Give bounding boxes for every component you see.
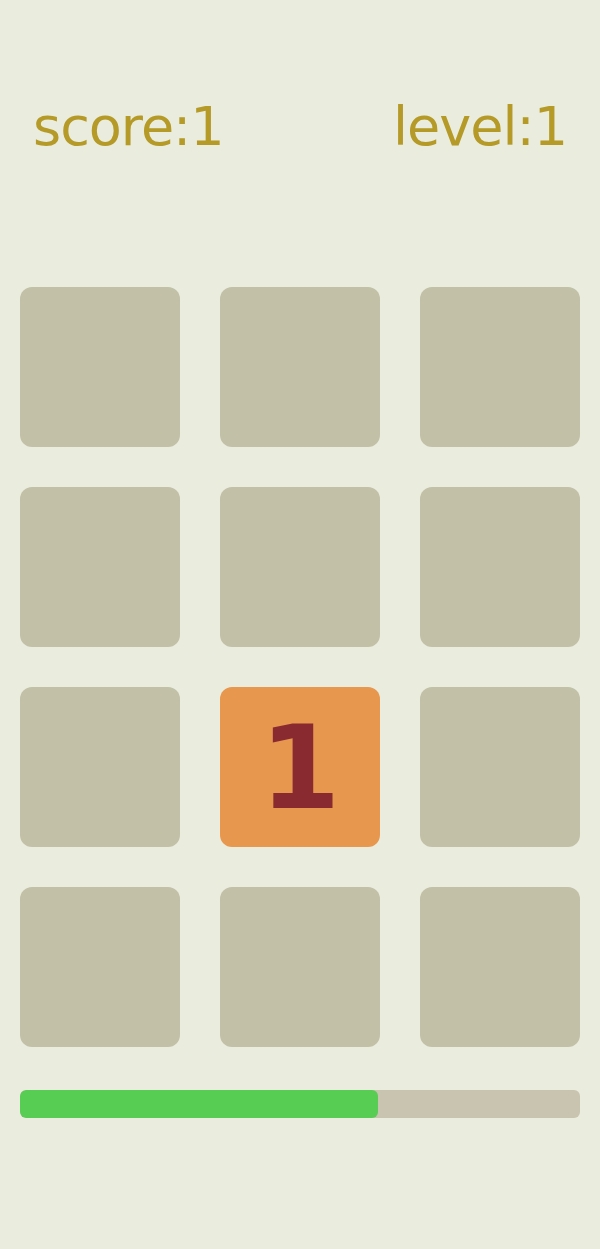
tile-r2c1[interactable] <box>20 487 180 647</box>
tile-r2c3[interactable] <box>420 487 580 647</box>
tile-r1c1[interactable] <box>20 287 180 447</box>
timer-progress-bar <box>20 1090 580 1118</box>
tile-r3c2-active[interactable]: 1 <box>220 687 380 847</box>
level-label: level:1 <box>393 96 567 158</box>
board: 1 <box>20 287 580 1047</box>
game-screen: score:1 level:1 1 <box>0 0 600 1249</box>
tile-r1c3[interactable] <box>420 287 580 447</box>
score-label: score:1 <box>33 96 224 158</box>
tile-r2c2[interactable] <box>220 487 380 647</box>
tile-r3c3[interactable] <box>420 687 580 847</box>
timer-progress-fill <box>20 1090 378 1118</box>
tile-r1c2[interactable] <box>220 287 380 447</box>
hud: score:1 level:1 <box>33 96 567 158</box>
tile-r3c1[interactable] <box>20 687 180 847</box>
tile-r4c3[interactable] <box>420 887 580 1047</box>
tile-r4c2[interactable] <box>220 887 380 1047</box>
tile-r4c1[interactable] <box>20 887 180 1047</box>
